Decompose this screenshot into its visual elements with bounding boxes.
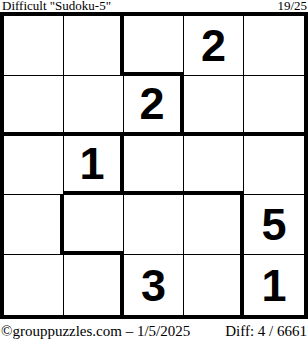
- puzzle-title: Difficult "Sudoku-5": [2, 0, 111, 12]
- cell-r4c1: [4, 195, 64, 255]
- cell-r3c4: [184, 136, 244, 196]
- footer: ©grouppuzzles.com – 1/5/2025 Diff: 4 / 6…: [0, 319, 308, 343]
- cell-r3c1: [4, 136, 64, 196]
- cell-r2c1: [4, 76, 64, 136]
- cell-r1c3: [124, 16, 184, 76]
- cell-r2c3: 2: [124, 76, 184, 136]
- cell-r2c2: [64, 76, 124, 136]
- sudoku-board: 221531: [0, 12, 308, 319]
- cell-r2c4: [184, 76, 244, 136]
- cell-r1c5: [244, 16, 304, 76]
- cell-r3c2: 1: [64, 136, 124, 196]
- header: Difficult "Sudoku-5" 19/25: [0, 0, 308, 12]
- cell-r4c2: [64, 195, 124, 255]
- cell-r3c3: [124, 136, 184, 196]
- cell-r4c3: [124, 195, 184, 255]
- cell-r5c2: [64, 255, 124, 315]
- cell-r5c5: 1: [244, 255, 304, 315]
- credit-text: ©grouppuzzles.com – 1/5/2025: [1, 323, 190, 339]
- difficulty-text: Diff: 4 / 6661: [225, 323, 307, 339]
- cell-r5c3: 3: [124, 255, 184, 315]
- cell-r4c5: 5: [244, 195, 304, 255]
- cell-r2c5: [244, 76, 304, 136]
- cell-r3c5: [244, 136, 304, 196]
- cell-r1c4: 2: [184, 16, 244, 76]
- progress-counter: 19/25: [277, 0, 307, 12]
- cell-r5c4: [184, 255, 244, 315]
- cell-r1c2: [64, 16, 124, 76]
- cell-r1c1: [4, 16, 64, 76]
- cell-r5c1: [4, 255, 64, 315]
- cell-r4c4: [184, 195, 244, 255]
